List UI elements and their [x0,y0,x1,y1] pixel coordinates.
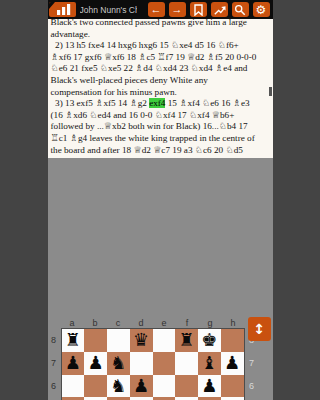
square-e8[interactable] [153,329,176,352]
square-b7[interactable]: ♟ [84,352,107,375]
board-panel: abcdefgh 87654321 ♜♛♜♚♟♟♞♝♟♞♟♟♝♟♟♟♞♝♟♟♟♞… [48,158,273,400]
bookmark-icon [193,4,204,16]
square-b8[interactable] [84,329,107,352]
coordinate-label: 7 [48,351,60,374]
app-logo-icon[interactable] [49,2,76,17]
text-line: Black's well-placed pieces deny White an… [48,75,273,87]
square-g7[interactable]: ♝ [198,352,221,375]
square-a8[interactable]: ♜ [62,329,85,352]
text-scrollbar-thumb[interactable] [269,87,272,96]
square-e6[interactable] [153,375,176,398]
square-h8[interactable] [221,329,244,352]
file-labels-top: abcdefgh [61,317,245,328]
square-a6[interactable] [62,375,85,398]
square-g6[interactable]: ♟ [198,375,221,398]
piece-black-pawn: ♟ [65,354,81,372]
square-d7[interactable] [130,352,153,375]
current-move-highlight[interactable]: exf4 [149,98,165,108]
piece-black-rook: ♜ [65,331,81,349]
text-line-with-current-move: 3) 13 exf5 ♗xf5 14 ♗g2 exf4 15 ♗xf4 ♘e6 … [48,98,273,110]
text-line: ♖c1 ♗g4 leaves the white king trapped in… [48,133,273,145]
piece-black-rook: ♜ [179,331,195,349]
bar-chart-icon [49,2,76,17]
top-toolbar: John Nunn's Chess C ← → [48,0,273,19]
back-arrow-icon: ← [151,4,162,15]
square-c7[interactable]: ♞ [107,352,130,375]
piece-black-pawn: ♟ [88,354,104,372]
move-text-post: 15 ♗xf4 ♘e6 16 ♗e3 [165,98,249,108]
coordinate-label: e [153,317,176,328]
text-line: 2) 13 h5 fxe4 14 hxg6 hxg6 15 ♘xe4 d5 16… [48,40,273,52]
text-line: followed by ...♕xb2 both win for Black) … [48,121,273,133]
square-c8[interactable] [107,329,130,352]
coordinate-label: 6 [48,374,60,397]
coordinate-label: 8 [48,328,60,351]
square-d6[interactable]: ♟ [130,375,153,398]
square-g8[interactable]: ♚ [198,329,221,352]
gear-icon: ⚙ [256,4,267,16]
coordinate-label: a [61,317,84,328]
coordinate-label: h [222,317,245,328]
text-line: Black's two connected passed pawns give … [48,19,273,29]
text-line: compensation for his minus pawn. [48,87,273,99]
square-f7[interactable] [175,352,198,375]
analysis-button[interactable] [211,2,228,17]
square-b6[interactable] [84,375,107,398]
text-line: the board and after 18 ♕d2 ♕c7 19 a3 ♘c6… [48,145,273,157]
piece-black-king: ♚ [201,331,217,349]
flip-board-button[interactable]: ↕ [248,317,271,341]
coordinate-label: b [84,317,107,328]
text-line: (16 ♗xd6 ♘ed4 and 16 0-0 ♘xf4 17 ♘xf4 ♕b… [48,110,273,122]
chess-board[interactable]: ♜♛♜♚♟♟♞♝♟♞♟♟♝♟♟♟♞♝♟♟♟♞♝♜♛♚♜ [61,328,245,400]
zigzag-arrow-icon [213,4,226,16]
flip-board-icon: ↕ [253,321,265,337]
piece-black-pawn: ♟ [224,354,240,372]
square-a7[interactable]: ♟ [62,352,85,375]
search-icon [234,4,246,16]
coordinate-label: 7 [246,351,258,374]
square-h6[interactable] [221,375,244,398]
bookmark-button[interactable] [190,2,207,17]
piece-black-queen: ♛ [133,331,149,349]
search-button[interactable] [232,2,249,17]
square-h7[interactable]: ♟ [221,352,244,375]
forward-arrow-icon: → [172,4,183,15]
piece-black-knight: ♞ [110,354,126,372]
text-line: ♗xf6 17 gxf6 ♕xf6 18 ♗c5 ♖f7 19 ♕d2 ♗f5 … [48,52,273,64]
coordinate-label: c [107,317,130,328]
square-e7[interactable] [153,352,176,375]
coordinate-label: 6 [246,374,258,397]
toolbar-buttons: ← → ⚙ [148,2,270,17]
square-f8[interactable]: ♜ [175,329,198,352]
square-f6[interactable] [175,375,198,398]
square-c6[interactable]: ♞ [107,375,130,398]
rank-labels-left: 87654321 [48,328,60,400]
coordinate-label: f [176,317,199,328]
coordinate-label: g [199,317,222,328]
app-screen: John Nunn's Chess C ← → [48,0,273,400]
text-line: ♘e6 21 fxe5 ♘xe5 22 ♗d4 ♘xd4 23 ♘xd4 ♗e4… [48,63,273,75]
forward-button[interactable]: → [169,2,186,17]
piece-black-knight: ♞ [110,377,126,395]
piece-black-bishop: ♝ [201,354,217,372]
book-title: John Nunn's Chess C [80,5,137,15]
move-text-pre: 3) 13 exf5 ♗xf5 14 ♗g2 [51,98,150,108]
piece-black-pawn: ♟ [201,377,217,395]
square-d8[interactable]: ♛ [130,329,153,352]
book-text-panel[interactable]: Black's two connected passed pawns give … [48,19,273,158]
text-line: advantage. [48,29,273,41]
back-button[interactable]: ← [148,2,165,17]
piece-black-pawn: ♟ [133,377,149,395]
settings-button[interactable]: ⚙ [253,2,270,17]
coordinate-label: d [130,317,153,328]
